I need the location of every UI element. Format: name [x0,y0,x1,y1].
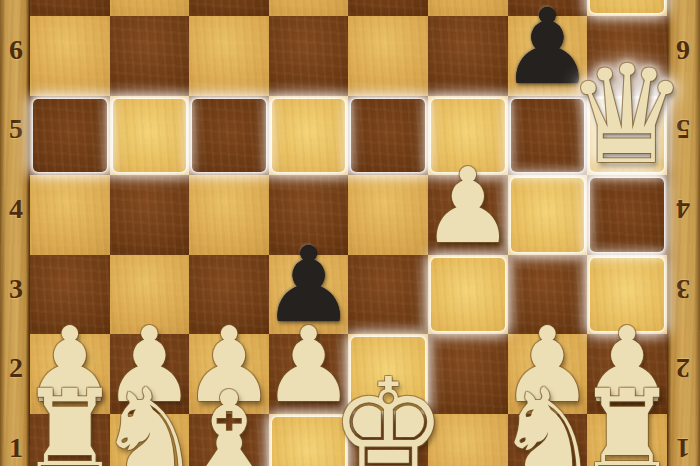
square-a7[interactable] [30,0,110,16]
square-h7[interactable] [587,0,667,16]
piece-white-pawn-f4[interactable]: ♟ [421,154,514,258]
square-d5[interactable] [269,96,349,176]
piece-white-queen-h5[interactable]: ♛ [566,48,688,184]
square-f3[interactable] [428,255,508,335]
square-c6[interactable] [189,16,269,96]
rank-label-right-3: 3 [676,273,690,305]
square-b4[interactable] [110,175,190,255]
rank-label-right-4: 4 [676,193,690,225]
square-c7[interactable] [189,0,269,16]
rank-label-left-3: 3 [9,273,23,305]
square-c5[interactable] [189,96,269,176]
square-f7[interactable] [428,0,508,16]
piece-white-rook-h1[interactable]: ♜ [576,374,678,466]
square-c4[interactable] [189,175,269,255]
square-d7[interactable] [269,0,349,16]
rank-label-left-6: 6 [9,34,23,66]
square-e5[interactable] [348,96,428,176]
square-a4[interactable] [30,175,110,255]
piece-white-bishop-c1[interactable]: ♝ [179,376,279,466]
square-b5[interactable] [110,96,190,176]
piece-white-king-e1[interactable]: ♚ [330,361,447,466]
square-e7[interactable] [348,0,428,16]
rank-label-left-5: 5 [9,113,23,145]
square-b6[interactable] [110,16,190,96]
square-d6[interactable] [269,16,349,96]
square-f6[interactable] [428,16,508,96]
rank-label-left-4: 4 [9,193,23,225]
square-a6[interactable] [30,16,110,96]
square-a5[interactable] [30,96,110,176]
square-e6[interactable] [348,16,428,96]
square-e3[interactable] [348,255,428,335]
chess-app-screen: 654321 654321 ♟♛♟♟♟♟♟♟♟♟♜♞♝♚♞♜ [0,0,700,466]
square-e4[interactable] [348,175,428,255]
square-b7[interactable] [110,0,190,16]
